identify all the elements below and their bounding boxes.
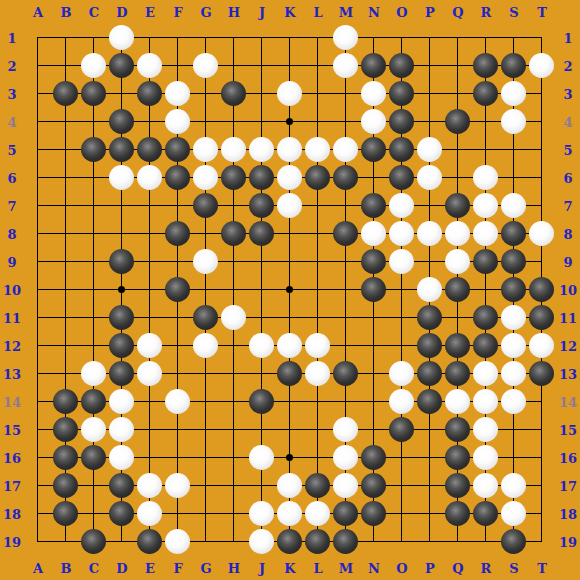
intersection-F8[interactable] (164, 220, 192, 248)
intersection-E2[interactable] (136, 52, 164, 80)
intersection-S2[interactable] (500, 52, 528, 80)
intersection-S15[interactable] (500, 416, 528, 444)
intersection-T9[interactable] (528, 248, 556, 276)
intersection-K13[interactable] (276, 360, 304, 388)
intersection-H18[interactable] (220, 500, 248, 528)
intersection-O3[interactable] (388, 80, 416, 108)
intersection-M5[interactable] (332, 136, 360, 164)
intersection-O6[interactable] (388, 164, 416, 192)
intersection-F1[interactable] (164, 24, 192, 52)
intersection-C6[interactable] (80, 164, 108, 192)
intersection-K14[interactable] (276, 388, 304, 416)
intersection-N2[interactable] (360, 52, 388, 80)
intersection-T2[interactable] (528, 52, 556, 80)
intersection-F17[interactable] (164, 472, 192, 500)
intersection-D19[interactable] (108, 528, 136, 556)
intersection-C15[interactable] (80, 416, 108, 444)
intersection-E6[interactable] (136, 164, 164, 192)
intersection-S8[interactable] (500, 220, 528, 248)
intersection-Q10[interactable] (444, 276, 472, 304)
intersection-O1[interactable] (388, 24, 416, 52)
intersection-H5[interactable] (220, 136, 248, 164)
intersection-B3[interactable] (52, 80, 80, 108)
intersection-J2[interactable] (248, 52, 276, 80)
intersection-R5[interactable] (472, 136, 500, 164)
intersection-L8[interactable] (304, 220, 332, 248)
intersection-H19[interactable] (220, 528, 248, 556)
intersection-M17[interactable] (332, 472, 360, 500)
intersection-F7[interactable] (164, 192, 192, 220)
intersection-K9[interactable] (276, 248, 304, 276)
intersection-P10[interactable] (416, 276, 444, 304)
intersection-Q13[interactable] (444, 360, 472, 388)
intersection-B4[interactable] (52, 108, 80, 136)
intersection-L2[interactable] (304, 52, 332, 80)
intersection-C2[interactable] (80, 52, 108, 80)
intersection-E17[interactable] (136, 472, 164, 500)
intersection-G8[interactable] (192, 220, 220, 248)
intersection-A16[interactable] (24, 444, 52, 472)
intersection-T6[interactable] (528, 164, 556, 192)
intersection-D3[interactable] (108, 80, 136, 108)
intersection-R6[interactable] (472, 164, 500, 192)
intersection-M10[interactable] (332, 276, 360, 304)
intersection-P13[interactable] (416, 360, 444, 388)
intersection-L17[interactable] (304, 472, 332, 500)
intersection-D13[interactable] (108, 360, 136, 388)
intersection-L13[interactable] (304, 360, 332, 388)
intersection-B16[interactable] (52, 444, 80, 472)
intersection-T17[interactable] (528, 472, 556, 500)
intersection-J4[interactable] (248, 108, 276, 136)
intersection-G17[interactable] (192, 472, 220, 500)
intersection-J6[interactable] (248, 164, 276, 192)
intersection-F9[interactable] (164, 248, 192, 276)
intersection-R2[interactable] (472, 52, 500, 80)
intersection-D15[interactable] (108, 416, 136, 444)
intersection-S5[interactable] (500, 136, 528, 164)
intersection-S11[interactable] (500, 304, 528, 332)
intersection-L14[interactable] (304, 388, 332, 416)
intersection-A11[interactable] (24, 304, 52, 332)
intersection-B8[interactable] (52, 220, 80, 248)
intersection-J15[interactable] (248, 416, 276, 444)
intersection-T11[interactable] (528, 304, 556, 332)
intersection-L6[interactable] (304, 164, 332, 192)
intersection-Q16[interactable] (444, 444, 472, 472)
intersection-P19[interactable] (416, 528, 444, 556)
intersection-T5[interactable] (528, 136, 556, 164)
intersection-D16[interactable] (108, 444, 136, 472)
intersection-O18[interactable] (388, 500, 416, 528)
intersection-K17[interactable] (276, 472, 304, 500)
intersection-J7[interactable] (248, 192, 276, 220)
intersection-M2[interactable] (332, 52, 360, 80)
intersection-R13[interactable] (472, 360, 500, 388)
intersection-Q18[interactable] (444, 500, 472, 528)
intersection-M8[interactable] (332, 220, 360, 248)
intersection-O2[interactable] (388, 52, 416, 80)
intersection-T1[interactable] (528, 24, 556, 52)
intersection-M6[interactable] (332, 164, 360, 192)
intersection-S7[interactable] (500, 192, 528, 220)
intersection-J13[interactable] (248, 360, 276, 388)
intersection-R11[interactable] (472, 304, 500, 332)
intersection-B11[interactable] (52, 304, 80, 332)
intersection-O10[interactable] (388, 276, 416, 304)
intersection-E16[interactable] (136, 444, 164, 472)
intersection-P14[interactable] (416, 388, 444, 416)
intersection-C19[interactable] (80, 528, 108, 556)
intersection-K8[interactable] (276, 220, 304, 248)
intersection-C18[interactable] (80, 500, 108, 528)
intersection-A7[interactable] (24, 192, 52, 220)
intersection-G11[interactable] (192, 304, 220, 332)
intersection-H1[interactable] (220, 24, 248, 52)
intersection-L15[interactable] (304, 416, 332, 444)
intersection-F16[interactable] (164, 444, 192, 472)
intersection-O5[interactable] (388, 136, 416, 164)
intersection-J3[interactable] (248, 80, 276, 108)
intersection-T15[interactable] (528, 416, 556, 444)
intersection-P17[interactable] (416, 472, 444, 500)
intersection-S6[interactable] (500, 164, 528, 192)
intersection-K15[interactable] (276, 416, 304, 444)
intersection-C8[interactable] (80, 220, 108, 248)
intersection-A3[interactable] (24, 80, 52, 108)
intersection-G16[interactable] (192, 444, 220, 472)
intersection-H2[interactable] (220, 52, 248, 80)
intersection-C10[interactable] (80, 276, 108, 304)
intersection-G9[interactable] (192, 248, 220, 276)
intersection-S17[interactable] (500, 472, 528, 500)
intersection-J17[interactable] (248, 472, 276, 500)
intersection-M1[interactable] (332, 24, 360, 52)
intersection-P18[interactable] (416, 500, 444, 528)
intersection-R14[interactable] (472, 388, 500, 416)
intersection-O16[interactable] (388, 444, 416, 472)
intersection-P12[interactable] (416, 332, 444, 360)
intersection-K4[interactable] (276, 108, 304, 136)
intersection-B1[interactable] (52, 24, 80, 52)
intersection-R4[interactable] (472, 108, 500, 136)
intersection-E3[interactable] (136, 80, 164, 108)
intersection-D17[interactable] (108, 472, 136, 500)
intersection-B19[interactable] (52, 528, 80, 556)
intersection-G18[interactable] (192, 500, 220, 528)
intersection-H13[interactable] (220, 360, 248, 388)
intersection-G13[interactable] (192, 360, 220, 388)
intersection-B15[interactable] (52, 416, 80, 444)
intersection-S13[interactable] (500, 360, 528, 388)
intersection-R17[interactable] (472, 472, 500, 500)
intersection-N16[interactable] (360, 444, 388, 472)
intersection-N6[interactable] (360, 164, 388, 192)
intersection-N14[interactable] (360, 388, 388, 416)
intersection-C7[interactable] (80, 192, 108, 220)
intersection-P7[interactable] (416, 192, 444, 220)
intersection-N7[interactable] (360, 192, 388, 220)
intersection-P2[interactable] (416, 52, 444, 80)
intersection-H9[interactable] (220, 248, 248, 276)
intersection-N1[interactable] (360, 24, 388, 52)
intersection-O19[interactable] (388, 528, 416, 556)
intersection-P9[interactable] (416, 248, 444, 276)
intersection-G3[interactable] (192, 80, 220, 108)
intersection-M7[interactable] (332, 192, 360, 220)
intersection-H15[interactable] (220, 416, 248, 444)
intersection-R1[interactable] (472, 24, 500, 52)
intersection-E10[interactable] (136, 276, 164, 304)
intersection-Q12[interactable] (444, 332, 472, 360)
intersection-S18[interactable] (500, 500, 528, 528)
intersection-Q1[interactable] (444, 24, 472, 52)
intersection-Q2[interactable] (444, 52, 472, 80)
intersection-G15[interactable] (192, 416, 220, 444)
intersection-G7[interactable] (192, 192, 220, 220)
intersection-L10[interactable] (304, 276, 332, 304)
intersection-A17[interactable] (24, 472, 52, 500)
intersection-C4[interactable] (80, 108, 108, 136)
intersection-S14[interactable] (500, 388, 528, 416)
intersection-L12[interactable] (304, 332, 332, 360)
intersection-B12[interactable] (52, 332, 80, 360)
intersection-A19[interactable] (24, 528, 52, 556)
intersection-R3[interactable] (472, 80, 500, 108)
intersection-O8[interactable] (388, 220, 416, 248)
intersection-F12[interactable] (164, 332, 192, 360)
intersection-B9[interactable] (52, 248, 80, 276)
intersection-C5[interactable] (80, 136, 108, 164)
intersection-J18[interactable] (248, 500, 276, 528)
intersection-J8[interactable] (248, 220, 276, 248)
intersection-D1[interactable] (108, 24, 136, 52)
intersection-J5[interactable] (248, 136, 276, 164)
intersection-T4[interactable] (528, 108, 556, 136)
intersection-G6[interactable] (192, 164, 220, 192)
intersection-S10[interactable] (500, 276, 528, 304)
intersection-A2[interactable] (24, 52, 52, 80)
intersection-D12[interactable] (108, 332, 136, 360)
intersection-F10[interactable] (164, 276, 192, 304)
intersection-K1[interactable] (276, 24, 304, 52)
intersection-F11[interactable] (164, 304, 192, 332)
intersection-L1[interactable] (304, 24, 332, 52)
intersection-N12[interactable] (360, 332, 388, 360)
intersection-H8[interactable] (220, 220, 248, 248)
intersection-S9[interactable] (500, 248, 528, 276)
intersection-S1[interactable] (500, 24, 528, 52)
intersection-P6[interactable] (416, 164, 444, 192)
intersection-J9[interactable] (248, 248, 276, 276)
intersection-D11[interactable] (108, 304, 136, 332)
intersection-K16[interactable] (276, 444, 304, 472)
intersection-F5[interactable] (164, 136, 192, 164)
intersection-Q19[interactable] (444, 528, 472, 556)
intersection-K11[interactable] (276, 304, 304, 332)
intersection-L7[interactable] (304, 192, 332, 220)
intersection-T19[interactable] (528, 528, 556, 556)
intersection-C1[interactable] (80, 24, 108, 52)
intersection-S4[interactable] (500, 108, 528, 136)
intersection-G14[interactable] (192, 388, 220, 416)
intersection-M12[interactable] (332, 332, 360, 360)
intersection-H14[interactable] (220, 388, 248, 416)
intersection-H11[interactable] (220, 304, 248, 332)
intersection-T13[interactable] (528, 360, 556, 388)
intersection-Q8[interactable] (444, 220, 472, 248)
intersection-N17[interactable] (360, 472, 388, 500)
intersection-D8[interactable] (108, 220, 136, 248)
intersection-R10[interactable] (472, 276, 500, 304)
intersection-G19[interactable] (192, 528, 220, 556)
intersection-N8[interactable] (360, 220, 388, 248)
intersection-G10[interactable] (192, 276, 220, 304)
intersection-P16[interactable] (416, 444, 444, 472)
intersection-F14[interactable] (164, 388, 192, 416)
intersection-M3[interactable] (332, 80, 360, 108)
intersection-L11[interactable] (304, 304, 332, 332)
intersection-T3[interactable] (528, 80, 556, 108)
intersection-H6[interactable] (220, 164, 248, 192)
intersection-Q5[interactable] (444, 136, 472, 164)
intersection-F18[interactable] (164, 500, 192, 528)
intersection-O4[interactable] (388, 108, 416, 136)
intersection-T10[interactable] (528, 276, 556, 304)
intersection-L18[interactable] (304, 500, 332, 528)
intersection-R16[interactable] (472, 444, 500, 472)
intersection-L4[interactable] (304, 108, 332, 136)
intersection-N9[interactable] (360, 248, 388, 276)
intersection-M13[interactable] (332, 360, 360, 388)
intersection-H7[interactable] (220, 192, 248, 220)
intersection-N11[interactable] (360, 304, 388, 332)
intersection-K2[interactable] (276, 52, 304, 80)
intersection-B5[interactable] (52, 136, 80, 164)
intersection-C11[interactable] (80, 304, 108, 332)
intersection-M14[interactable] (332, 388, 360, 416)
intersection-B18[interactable] (52, 500, 80, 528)
intersection-J1[interactable] (248, 24, 276, 52)
intersection-B10[interactable] (52, 276, 80, 304)
intersection-C13[interactable] (80, 360, 108, 388)
intersection-G2[interactable] (192, 52, 220, 80)
intersection-R7[interactable] (472, 192, 500, 220)
intersection-F19[interactable] (164, 528, 192, 556)
intersection-A18[interactable] (24, 500, 52, 528)
intersection-H12[interactable] (220, 332, 248, 360)
intersection-K12[interactable] (276, 332, 304, 360)
intersection-K7[interactable] (276, 192, 304, 220)
intersection-D6[interactable] (108, 164, 136, 192)
intersection-B2[interactable] (52, 52, 80, 80)
intersection-E5[interactable] (136, 136, 164, 164)
intersection-A6[interactable] (24, 164, 52, 192)
intersection-R15[interactable] (472, 416, 500, 444)
intersection-M4[interactable] (332, 108, 360, 136)
intersection-N3[interactable] (360, 80, 388, 108)
intersection-K19[interactable] (276, 528, 304, 556)
intersection-C17[interactable] (80, 472, 108, 500)
intersection-T7[interactable] (528, 192, 556, 220)
intersection-H16[interactable] (220, 444, 248, 472)
intersection-E13[interactable] (136, 360, 164, 388)
intersection-N4[interactable] (360, 108, 388, 136)
intersection-A4[interactable] (24, 108, 52, 136)
intersection-R12[interactable] (472, 332, 500, 360)
intersection-O15[interactable] (388, 416, 416, 444)
intersection-O9[interactable] (388, 248, 416, 276)
intersection-L9[interactable] (304, 248, 332, 276)
intersection-A13[interactable] (24, 360, 52, 388)
intersection-P4[interactable] (416, 108, 444, 136)
intersection-A8[interactable] (24, 220, 52, 248)
intersection-B7[interactable] (52, 192, 80, 220)
intersection-F13[interactable] (164, 360, 192, 388)
intersection-D4[interactable] (108, 108, 136, 136)
intersection-S19[interactable] (500, 528, 528, 556)
intersection-H4[interactable] (220, 108, 248, 136)
intersection-H3[interactable] (220, 80, 248, 108)
intersection-G5[interactable] (192, 136, 220, 164)
intersection-E14[interactable] (136, 388, 164, 416)
intersection-N10[interactable] (360, 276, 388, 304)
intersection-E15[interactable] (136, 416, 164, 444)
intersection-M18[interactable] (332, 500, 360, 528)
intersection-S3[interactable] (500, 80, 528, 108)
intersection-K6[interactable] (276, 164, 304, 192)
intersection-N15[interactable] (360, 416, 388, 444)
intersection-N19[interactable] (360, 528, 388, 556)
intersection-Q14[interactable] (444, 388, 472, 416)
intersection-Q15[interactable] (444, 416, 472, 444)
intersection-J14[interactable] (248, 388, 276, 416)
intersection-Q3[interactable] (444, 80, 472, 108)
intersection-J19[interactable] (248, 528, 276, 556)
intersection-B14[interactable] (52, 388, 80, 416)
intersection-P15[interactable] (416, 416, 444, 444)
intersection-J12[interactable] (248, 332, 276, 360)
intersection-O7[interactable] (388, 192, 416, 220)
intersection-M9[interactable] (332, 248, 360, 276)
intersection-A12[interactable] (24, 332, 52, 360)
intersection-A5[interactable] (24, 136, 52, 164)
intersection-P3[interactable] (416, 80, 444, 108)
intersection-C16[interactable] (80, 444, 108, 472)
intersection-Q11[interactable] (444, 304, 472, 332)
intersection-B6[interactable] (52, 164, 80, 192)
intersection-D14[interactable] (108, 388, 136, 416)
intersection-D7[interactable] (108, 192, 136, 220)
intersection-H10[interactable] (220, 276, 248, 304)
intersection-D18[interactable] (108, 500, 136, 528)
intersection-C12[interactable] (80, 332, 108, 360)
intersection-T12[interactable] (528, 332, 556, 360)
intersection-L3[interactable] (304, 80, 332, 108)
intersection-F15[interactable] (164, 416, 192, 444)
intersection-E18[interactable] (136, 500, 164, 528)
intersection-E4[interactable] (136, 108, 164, 136)
intersection-O17[interactable] (388, 472, 416, 500)
intersection-T18[interactable] (528, 500, 556, 528)
intersection-P5[interactable] (416, 136, 444, 164)
intersection-B13[interactable] (52, 360, 80, 388)
intersection-Q9[interactable] (444, 248, 472, 276)
intersection-O12[interactable] (388, 332, 416, 360)
intersection-M19[interactable] (332, 528, 360, 556)
intersection-A14[interactable] (24, 388, 52, 416)
intersection-A1[interactable] (24, 24, 52, 52)
